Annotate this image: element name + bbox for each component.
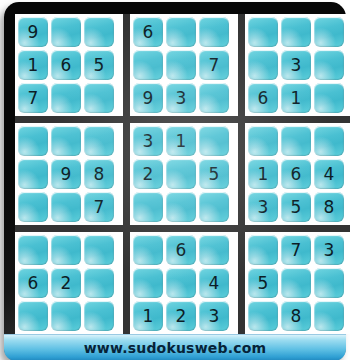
cell-r2c6[interactable]: 7	[199, 50, 229, 80]
cell-r5c6[interactable]: 5	[199, 159, 229, 189]
cell-r8c8[interactable]	[281, 268, 311, 298]
cell-r5c9[interactable]: 4	[314, 159, 344, 189]
cell-r8c6[interactable]: 4	[199, 268, 229, 298]
cell-r2c2[interactable]: 6	[51, 50, 81, 80]
cell-r8c9[interactable]	[314, 268, 344, 298]
cell-r9c3[interactable]	[84, 301, 114, 331]
cell-r6c2[interactable]	[51, 192, 81, 222]
cell-r9c7[interactable]	[248, 301, 278, 331]
cell-r9c5[interactable]: 2	[166, 301, 196, 331]
cell-r3c5[interactable]: 3	[166, 83, 196, 113]
cell-r5c2[interactable]: 9	[51, 159, 81, 189]
cell-r1c2[interactable]	[51, 17, 81, 47]
cell-r3c6[interactable]	[199, 83, 229, 113]
cell-r9c9[interactable]	[314, 301, 344, 331]
cell-r7c9[interactable]: 3	[314, 235, 344, 265]
cell-r3c3[interactable]	[84, 83, 114, 113]
footer-bar: www.sudokusweb.com	[4, 334, 346, 360]
cell-r9c6[interactable]: 3	[199, 301, 229, 331]
cell-r7c5[interactable]: 6	[166, 235, 196, 265]
cell-r8c4[interactable]	[133, 268, 163, 298]
cell-r5c5[interactable]	[166, 159, 196, 189]
sudoku-grid: 916576793361987312516435862641237358	[15, 14, 350, 334]
cell-r4c2[interactable]	[51, 126, 81, 156]
cell-r5c4[interactable]: 2	[133, 159, 163, 189]
cell-r4c4[interactable]: 3	[133, 126, 163, 156]
cell-r9c1[interactable]	[18, 301, 48, 331]
cell-r8c1[interactable]: 6	[18, 268, 48, 298]
cell-r2c4[interactable]	[133, 50, 163, 80]
cell-r2c7[interactable]	[248, 50, 278, 80]
cell-r4c6[interactable]	[199, 126, 229, 156]
cell-r6c8[interactable]: 5	[281, 192, 311, 222]
cell-r4c8[interactable]	[281, 126, 311, 156]
cell-r1c5[interactable]	[166, 17, 196, 47]
cell-r2c8[interactable]: 3	[281, 50, 311, 80]
cell-r7c8[interactable]: 7	[281, 235, 311, 265]
cell-r9c4[interactable]: 1	[133, 301, 163, 331]
cell-r1c7[interactable]	[248, 17, 278, 47]
cell-r2c9[interactable]	[314, 50, 344, 80]
cell-r5c7[interactable]: 1	[248, 159, 278, 189]
cell-r5c1[interactable]	[18, 159, 48, 189]
cell-r2c1[interactable]: 1	[18, 50, 48, 80]
cell-r6c9[interactable]: 8	[314, 192, 344, 222]
cell-r7c4[interactable]	[133, 235, 163, 265]
cell-r6c3[interactable]: 7	[84, 192, 114, 222]
cell-r5c8[interactable]: 6	[281, 159, 311, 189]
cell-r1c4[interactable]: 6	[133, 17, 163, 47]
box-1-1: 91657	[15, 14, 123, 116]
cell-r1c1[interactable]: 9	[18, 17, 48, 47]
box-1-2: 6793	[130, 14, 238, 116]
cell-r8c5[interactable]	[166, 268, 196, 298]
cell-r6c4[interactable]	[133, 192, 163, 222]
cell-r2c5[interactable]	[166, 50, 196, 80]
cell-r1c8[interactable]	[281, 17, 311, 47]
cell-r4c5[interactable]: 1	[166, 126, 196, 156]
cell-r4c1[interactable]	[18, 126, 48, 156]
cell-r7c1[interactable]	[18, 235, 48, 265]
cell-r7c7[interactable]	[248, 235, 278, 265]
cell-r3c9[interactable]	[314, 83, 344, 113]
box-2-3: 164358	[245, 123, 350, 225]
cell-r3c8[interactable]: 1	[281, 83, 311, 113]
cell-r7c6[interactable]	[199, 235, 229, 265]
cell-r3c1[interactable]: 7	[18, 83, 48, 113]
cell-r1c6[interactable]	[199, 17, 229, 47]
cell-r5c3[interactable]: 8	[84, 159, 114, 189]
cell-r3c2[interactable]	[51, 83, 81, 113]
cell-r3c7[interactable]: 6	[248, 83, 278, 113]
cell-r7c2[interactable]	[51, 235, 81, 265]
cell-r1c9[interactable]	[314, 17, 344, 47]
cell-r9c8[interactable]: 8	[281, 301, 311, 331]
box-2-1: 987	[15, 123, 123, 225]
cell-r3c4[interactable]: 9	[133, 83, 163, 113]
cell-r8c2[interactable]: 2	[51, 268, 81, 298]
site-url: www.sudokusweb.com	[84, 340, 267, 356]
cell-r6c7[interactable]: 3	[248, 192, 278, 222]
cell-r4c7[interactable]	[248, 126, 278, 156]
cell-r7c3[interactable]	[84, 235, 114, 265]
cell-r2c3[interactable]: 5	[84, 50, 114, 80]
sudoku-board: 916576793361987312516435862641237358 www…	[4, 2, 346, 360]
cell-r4c3[interactable]	[84, 126, 114, 156]
box-3-2: 64123	[130, 232, 238, 334]
cell-r6c5[interactable]	[166, 192, 196, 222]
cell-r1c3[interactable]	[84, 17, 114, 47]
box-3-1: 62	[15, 232, 123, 334]
cell-r8c3[interactable]	[84, 268, 114, 298]
cell-r4c9[interactable]	[314, 126, 344, 156]
cell-r6c1[interactable]	[18, 192, 48, 222]
box-1-3: 361	[245, 14, 350, 116]
cell-r8c7[interactable]: 5	[248, 268, 278, 298]
cell-r9c2[interactable]	[51, 301, 81, 331]
box-2-2: 3125	[130, 123, 238, 225]
box-3-3: 7358	[245, 232, 350, 334]
cell-r6c6[interactable]	[199, 192, 229, 222]
